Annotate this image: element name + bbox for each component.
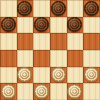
board-square[interactable]: [83, 17, 100, 34]
board-square[interactable]: [83, 0, 100, 17]
board-square[interactable]: [0, 67, 17, 84]
board-square[interactable]: [83, 83, 100, 100]
board-square[interactable]: [83, 67, 100, 84]
board-square[interactable]: [0, 50, 17, 67]
board-square[interactable]: [0, 33, 17, 50]
board-square[interactable]: [33, 33, 50, 50]
board-square[interactable]: [0, 83, 17, 100]
light-piece[interactable]: [84, 67, 99, 82]
board-square[interactable]: [50, 17, 67, 34]
board-square[interactable]: [17, 0, 34, 17]
light-piece[interactable]: [34, 84, 49, 99]
board-square[interactable]: [33, 83, 50, 100]
board-square[interactable]: [17, 33, 34, 50]
board-square[interactable]: [67, 67, 84, 84]
board-square[interactable]: [67, 50, 84, 67]
board-square[interactable]: [83, 50, 100, 67]
board-square[interactable]: [83, 33, 100, 50]
board-square[interactable]: [67, 33, 84, 50]
dark-piece[interactable]: [1, 17, 16, 32]
board-square[interactable]: [67, 83, 84, 100]
board-square[interactable]: [17, 17, 34, 34]
board-square[interactable]: [50, 50, 67, 67]
dark-piece[interactable]: [34, 17, 49, 32]
light-piece[interactable]: [67, 84, 82, 99]
board-square[interactable]: [67, 17, 84, 34]
light-piece[interactable]: [51, 67, 66, 82]
board-square[interactable]: [67, 0, 84, 17]
board-square[interactable]: [17, 67, 34, 84]
light-piece[interactable]: [17, 67, 32, 82]
board-square[interactable]: [33, 67, 50, 84]
board-square[interactable]: [50, 0, 67, 17]
dark-piece[interactable]: [51, 1, 66, 16]
board-square[interactable]: [0, 17, 17, 34]
board-square[interactable]: [33, 0, 50, 17]
board-square[interactable]: [33, 17, 50, 34]
board-square[interactable]: [50, 33, 67, 50]
dark-piece[interactable]: [67, 17, 82, 32]
board-square[interactable]: [17, 50, 34, 67]
board-square[interactable]: [50, 67, 67, 84]
board-square[interactable]: [33, 50, 50, 67]
board-square[interactable]: [17, 83, 34, 100]
checkers-board: [0, 0, 100, 100]
dark-piece[interactable]: [84, 1, 99, 16]
light-piece[interactable]: [1, 84, 16, 99]
board-square[interactable]: [0, 0, 17, 17]
dark-piece[interactable]: [17, 1, 32, 16]
board-square[interactable]: [50, 83, 67, 100]
